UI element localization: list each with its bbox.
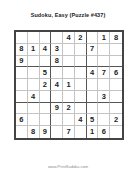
cell-r5c7[interactable] bbox=[87, 79, 99, 91]
cell-r9c5[interactable]: 7 bbox=[63, 126, 75, 138]
cell-r9c9[interactable] bbox=[110, 126, 122, 138]
cell-r1c1[interactable] bbox=[16, 32, 28, 44]
cell-r6c1[interactable] bbox=[16, 91, 28, 103]
cell-r4c4[interactable] bbox=[51, 67, 63, 79]
cell-r6c9[interactable] bbox=[110, 91, 122, 103]
cell-r7c4[interactable]: 9 bbox=[51, 103, 63, 115]
cell-r4c2[interactable] bbox=[28, 67, 40, 79]
cell-r4c5[interactable] bbox=[63, 67, 75, 79]
cell-r9c8[interactable]: 6 bbox=[98, 126, 110, 138]
cell-r2c1[interactable]: 8 bbox=[16, 44, 28, 56]
cell-r1c6[interactable]: 2 bbox=[75, 32, 87, 44]
cell-r5c3[interactable]: 2 bbox=[40, 79, 52, 91]
cell-r1c5[interactable]: 4 bbox=[63, 32, 75, 44]
cell-r8c2[interactable] bbox=[28, 114, 40, 126]
cell-r7c7[interactable] bbox=[87, 103, 99, 115]
puzzle-title: Sudoku, Easy (Puzzle #437) bbox=[0, 12, 136, 18]
cell-r5c9[interactable] bbox=[110, 79, 122, 91]
cell-r6c7[interactable] bbox=[87, 91, 99, 103]
cell-r9c1[interactable] bbox=[16, 126, 28, 138]
cell-r3c4[interactable]: 8 bbox=[51, 56, 63, 68]
cell-r1c8[interactable]: 1 bbox=[98, 32, 110, 44]
cell-r9c7[interactable]: 1 bbox=[87, 126, 99, 138]
cell-r6c2[interactable]: 4 bbox=[28, 91, 40, 103]
cell-r3c1[interactable]: 9 bbox=[16, 56, 28, 68]
cell-r8c6[interactable]: 4 bbox=[75, 114, 87, 126]
cell-r8c5[interactable] bbox=[63, 114, 75, 126]
cell-r3c9[interactable] bbox=[110, 56, 122, 68]
cell-r2c5[interactable] bbox=[63, 44, 75, 56]
cell-r5c8[interactable] bbox=[98, 79, 110, 91]
cell-r9c3[interactable]: 9 bbox=[40, 126, 52, 138]
cell-r2c7[interactable]: 7 bbox=[87, 44, 99, 56]
cell-r7c6[interactable] bbox=[75, 103, 87, 115]
cell-r5c6[interactable] bbox=[75, 79, 87, 91]
cell-r1c3[interactable] bbox=[40, 32, 52, 44]
cell-r8c1[interactable]: 6 bbox=[16, 114, 28, 126]
cell-r4c6[interactable] bbox=[75, 67, 87, 79]
cell-r3c2[interactable] bbox=[28, 56, 40, 68]
cell-r5c4[interactable]: 4 bbox=[51, 79, 63, 91]
cell-r5c1[interactable] bbox=[16, 79, 28, 91]
cell-r4c1[interactable] bbox=[16, 67, 28, 79]
cell-r8c8[interactable] bbox=[98, 114, 110, 126]
cell-r8c3[interactable] bbox=[40, 114, 52, 126]
cell-r3c6[interactable] bbox=[75, 56, 87, 68]
cell-r7c1[interactable] bbox=[16, 103, 28, 115]
cell-r6c3[interactable] bbox=[40, 91, 52, 103]
cell-r8c9[interactable]: 2 bbox=[110, 114, 122, 126]
cell-r9c4[interactable] bbox=[51, 126, 63, 138]
cell-r1c2[interactable] bbox=[28, 32, 40, 44]
cell-r7c5[interactable]: 2 bbox=[63, 103, 75, 115]
cell-r4c7[interactable]: 4 bbox=[87, 67, 99, 79]
cell-r7c3[interactable] bbox=[40, 103, 52, 115]
cell-r1c9[interactable]: 8 bbox=[110, 32, 122, 44]
cell-r4c3[interactable]: 5 bbox=[40, 67, 52, 79]
cell-r8c7[interactable]: 5 bbox=[87, 114, 99, 126]
cell-r3c8[interactable] bbox=[98, 56, 110, 68]
cell-r2c2[interactable]: 1 bbox=[28, 44, 40, 56]
sudoku-board: 4218814379854762414392645289716 bbox=[14, 30, 124, 140]
cell-r8c4[interactable] bbox=[51, 114, 63, 126]
cell-r4c9[interactable]: 6 bbox=[110, 67, 122, 79]
cell-r6c6[interactable] bbox=[75, 91, 87, 103]
cell-r2c8[interactable] bbox=[98, 44, 110, 56]
cell-r7c2[interactable] bbox=[28, 103, 40, 115]
cell-r3c7[interactable] bbox=[87, 56, 99, 68]
cell-r5c2[interactable] bbox=[28, 79, 40, 91]
cell-r6c4[interactable] bbox=[51, 91, 63, 103]
cell-r6c8[interactable]: 3 bbox=[98, 91, 110, 103]
cell-r5c5[interactable]: 1 bbox=[63, 79, 75, 91]
cell-r1c7[interactable] bbox=[87, 32, 99, 44]
cell-r3c3[interactable] bbox=[40, 56, 52, 68]
cell-r7c8[interactable] bbox=[98, 103, 110, 115]
cell-r1c4[interactable] bbox=[51, 32, 63, 44]
cell-r7c9[interactable] bbox=[110, 103, 122, 115]
cell-r9c6[interactable] bbox=[75, 126, 87, 138]
cell-r4c8[interactable]: 7 bbox=[98, 67, 110, 79]
cell-r2c9[interactable] bbox=[110, 44, 122, 56]
footer-url: www.PrintSudoku.com bbox=[0, 164, 136, 169]
cell-r9c2[interactable]: 8 bbox=[28, 126, 40, 138]
cell-r6c5[interactable] bbox=[63, 91, 75, 103]
cell-r2c6[interactable] bbox=[75, 44, 87, 56]
cell-r2c4[interactable]: 3 bbox=[51, 44, 63, 56]
cell-r2c3[interactable]: 4 bbox=[40, 44, 52, 56]
cell-r3c5[interactable] bbox=[63, 56, 75, 68]
